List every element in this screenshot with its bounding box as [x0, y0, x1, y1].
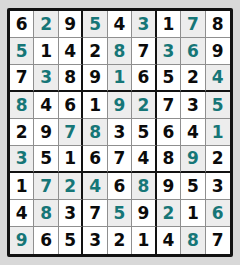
sudoku-cell-r2c3[interactable]: 4 [59, 38, 83, 65]
sudoku-cell-r9c1[interactable]: 9 [10, 227, 34, 254]
sudoku-cell-r6c7[interactable]: 8 [157, 146, 181, 173]
sudoku-cell-r2c8[interactable]: 6 [181, 38, 205, 65]
sudoku-cell-r4c7[interactable]: 7 [157, 92, 181, 119]
sudoku-cell-r6c8[interactable]: 9 [181, 146, 205, 173]
sudoku-cell-r4c1[interactable]: 8 [10, 92, 34, 119]
sudoku-cell-r6c2[interactable]: 5 [34, 146, 58, 173]
sudoku-cell-r3c8[interactable]: 2 [181, 65, 205, 92]
sudoku-cell-r4c2[interactable]: 4 [34, 92, 58, 119]
sudoku-board: 6295431785142873697389165248461927352978… [7, 8, 233, 257]
sudoku-cell-r4c6[interactable]: 2 [132, 92, 156, 119]
sudoku-cell-r9c2[interactable]: 6 [34, 227, 58, 254]
sudoku-cell-r3c1[interactable]: 7 [10, 65, 34, 92]
sudoku-cell-r3c4[interactable]: 9 [83, 65, 107, 92]
sudoku-cell-r2c2[interactable]: 1 [34, 38, 58, 65]
sudoku-cell-r7c7[interactable]: 9 [157, 173, 181, 200]
sudoku-cell-r5c6[interactable]: 5 [132, 119, 156, 146]
sudoku-cell-r7c1[interactable]: 1 [10, 173, 34, 200]
sudoku-cell-r6c9[interactable]: 2 [206, 146, 230, 173]
sudoku-cell-r3c5[interactable]: 1 [108, 65, 132, 92]
sudoku-cell-r9c3[interactable]: 5 [59, 227, 83, 254]
sudoku-cell-r5c9[interactable]: 1 [206, 119, 230, 146]
sudoku-cell-r7c4[interactable]: 4 [83, 173, 107, 200]
sudoku-cell-r3c6[interactable]: 6 [132, 65, 156, 92]
sudoku-cell-r1c6[interactable]: 3 [132, 11, 156, 38]
sudoku-cell-r1c4[interactable]: 5 [83, 11, 107, 38]
sudoku-cell-r3c3[interactable]: 8 [59, 65, 83, 92]
sudoku-cell-r3c7[interactable]: 5 [157, 65, 181, 92]
sudoku-cell-r6c5[interactable]: 7 [108, 146, 132, 173]
sudoku-cell-r3c9[interactable]: 4 [206, 65, 230, 92]
sudoku-cell-r5c4[interactable]: 8 [83, 119, 107, 146]
sudoku-cell-r6c3[interactable]: 1 [59, 146, 83, 173]
sudoku-cell-r3c2[interactable]: 3 [34, 65, 58, 92]
sudoku-cell-r1c9[interactable]: 8 [206, 11, 230, 38]
sudoku-cell-r5c7[interactable]: 6 [157, 119, 181, 146]
sudoku-cell-r9c5[interactable]: 2 [108, 227, 132, 254]
sudoku-cell-r2c9[interactable]: 9 [206, 38, 230, 65]
sudoku-cell-r5c8[interactable]: 4 [181, 119, 205, 146]
sudoku-cell-r2c6[interactable]: 7 [132, 38, 156, 65]
sudoku-cell-r9c9[interactable]: 7 [206, 227, 230, 254]
sudoku-cell-r7c9[interactable]: 3 [206, 173, 230, 200]
sudoku-cell-r5c1[interactable]: 2 [10, 119, 34, 146]
sudoku-cell-r1c5[interactable]: 4 [108, 11, 132, 38]
sudoku-cell-r2c1[interactable]: 5 [10, 38, 34, 65]
sudoku-cell-r8c9[interactable]: 6 [206, 200, 230, 227]
sudoku-cell-r7c6[interactable]: 8 [132, 173, 156, 200]
sudoku-cell-r5c2[interactable]: 9 [34, 119, 58, 146]
sudoku-cell-r9c6[interactable]: 1 [132, 227, 156, 254]
sudoku-cell-r7c5[interactable]: 6 [108, 173, 132, 200]
sudoku-cell-r6c4[interactable]: 6 [83, 146, 107, 173]
sudoku-cell-r7c8[interactable]: 5 [181, 173, 205, 200]
sudoku-cell-r4c4[interactable]: 1 [83, 92, 107, 119]
sudoku-cell-r7c2[interactable]: 7 [34, 173, 58, 200]
sudoku-cell-r8c6[interactable]: 9 [132, 200, 156, 227]
sudoku-cell-r5c5[interactable]: 3 [108, 119, 132, 146]
sudoku-cell-r7c3[interactable]: 2 [59, 173, 83, 200]
sudoku-cell-r1c2[interactable]: 2 [34, 11, 58, 38]
sudoku-cell-r8c8[interactable]: 1 [181, 200, 205, 227]
sudoku-cell-r8c4[interactable]: 7 [83, 200, 107, 227]
sudoku-cell-r8c7[interactable]: 2 [157, 200, 181, 227]
sudoku-cell-r1c7[interactable]: 1 [157, 11, 181, 38]
sudoku-cell-r2c7[interactable]: 3 [157, 38, 181, 65]
sudoku-cell-r6c1[interactable]: 3 [10, 146, 34, 173]
sudoku-cell-r1c8[interactable]: 7 [181, 11, 205, 38]
sudoku-cell-r9c8[interactable]: 8 [181, 227, 205, 254]
sudoku-cell-r4c8[interactable]: 3 [181, 92, 205, 119]
sudoku-cell-r4c9[interactable]: 5 [206, 92, 230, 119]
sudoku-cell-r8c5[interactable]: 5 [108, 200, 132, 227]
sudoku-cell-r8c1[interactable]: 4 [10, 200, 34, 227]
sudoku-cell-r4c5[interactable]: 9 [108, 92, 132, 119]
sudoku-cell-r8c2[interactable]: 8 [34, 200, 58, 227]
sudoku-cell-r9c4[interactable]: 3 [83, 227, 107, 254]
sudoku-cell-r5c3[interactable]: 7 [59, 119, 83, 146]
sudoku-cell-r4c3[interactable]: 6 [59, 92, 83, 119]
sudoku-cell-r8c3[interactable]: 3 [59, 200, 83, 227]
sudoku-cell-r2c5[interactable]: 8 [108, 38, 132, 65]
sudoku-cell-r6c6[interactable]: 4 [132, 146, 156, 173]
sudoku-cell-r1c3[interactable]: 9 [59, 11, 83, 38]
sudoku-cell-r9c7[interactable]: 4 [157, 227, 181, 254]
sudoku-cell-r1c1[interactable]: 6 [10, 11, 34, 38]
sudoku-cell-r2c4[interactable]: 2 [83, 38, 107, 65]
sudoku-app: 6295431785142873697389165248461927352978… [0, 0, 240, 265]
